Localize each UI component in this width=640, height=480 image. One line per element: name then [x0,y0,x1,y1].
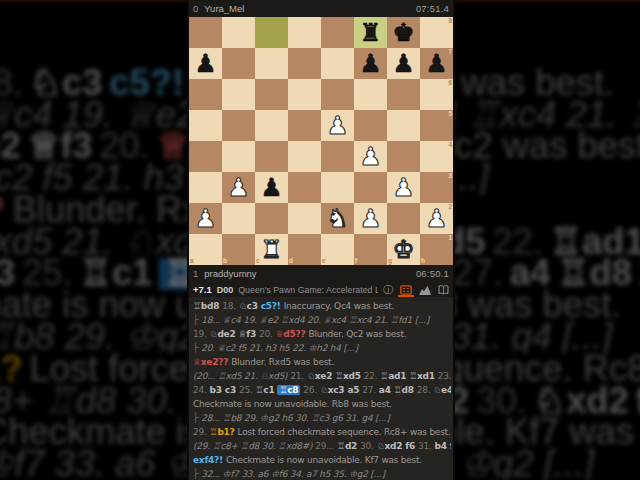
move-number: 28. [417,385,431,395]
square-g7[interactable]: ♟ [387,48,420,79]
move-number: 18. [222,301,236,311]
variation-tree-icon: ├ [193,343,198,353]
file-label-f: f [355,258,357,265]
variation[interactable]: (20... ♖xd5 21. ♘xd5) [193,371,287,381]
white-pawn[interactable]: ♟ [321,110,354,141]
move-number: 27. [362,385,376,395]
move-blunder[interactable]: ♕d5?? [276,329,306,339]
move[interactable]: ♘de2 [210,329,236,339]
white-pawn[interactable]: ♟ [189,203,222,234]
white-pawn[interactable]: ♟ [354,203,387,234]
info-icon[interactable]: ⓘ [383,282,393,297]
square-e5[interactable]: ♟ [321,110,354,141]
square-c3[interactable]: ♟ [255,172,288,203]
square-d2[interactable] [288,203,321,234]
move[interactable]: a5 [347,385,359,395]
move[interactable]: ♘xd2 [377,441,403,451]
square-c1[interactable]: c♜ [255,234,288,265]
square-g8[interactable]: ♚ [387,17,420,48]
move-line: 19.♘de2♕f320.♕d5??Blunder. Qc2 was best. [193,327,451,341]
square-c6[interactable] [255,79,288,110]
move[interactable]: ♘xe2 [307,371,332,381]
move-number: 20. [259,329,273,339]
comment: Checkmate is now unavoidable. Kf7 was be… [226,455,422,465]
square-a3[interactable] [189,172,222,203]
move-line: 29.♖b1?Lost forced checkmate sequence. R… [193,425,451,439]
square-b3[interactable]: ♟ [222,172,255,203]
file-label-a: a [190,258,194,265]
comment: Blunder. Rxd5 was best. [231,357,334,367]
square-h3[interactable]: 3 [420,172,453,203]
rank-label-5: 5 [448,111,452,118]
comment: Blunder. Qc2 was best. [309,329,407,339]
square-g4[interactable] [387,141,420,172]
black-pawn[interactable]: ♟ [354,48,387,79]
square-a2[interactable]: ♟ [189,203,222,234]
move[interactable]: b4 [435,441,447,451]
square-d4[interactable] [288,141,321,172]
move-line: ├28... ♖b8 29. ♔g2 h6 30. ♖c3 g6 31. g4 … [193,411,451,425]
square-f6[interactable] [354,79,387,110]
variation-tree-icon: ├ [193,413,198,423]
move-line: (29. ♖c8+ ♖d8 30. ♖xd8#)29...♖d230.♘xd2f… [193,439,451,453]
move-number: 21. [290,371,304,381]
square-g6[interactable] [387,79,420,110]
square-c4[interactable] [255,141,288,172]
variation[interactable]: 32... ♔f7 33. a6 ♔f6 34. a7 h5 35. ♔g2 [… [201,469,385,479]
chess-app-column: 0 Yura_Mel 07:51.4 ♜♚8♟♟♟7♟6♟5♟4♟♟♟3♟♞♟2… [187,0,455,480]
square-h5[interactable]: 5 [420,110,453,141]
square-b2[interactable] [222,203,255,234]
square-h6[interactable]: 6 [420,79,453,110]
square-h4[interactable]: 4 [420,141,453,172]
black-king[interactable]: ♚ [387,17,420,48]
square-b8[interactable] [222,17,255,48]
move[interactable]: a4 [379,385,391,395]
square-a4[interactable] [189,141,222,172]
square-a5[interactable] [189,110,222,141]
bottom-player-score: 1 [193,268,198,279]
move[interactable]: ♘xc3 [320,385,344,395]
square-g3[interactable]: ♟ [387,172,420,203]
move-number: 31. [418,441,432,451]
rank-label-1: 1 [448,235,452,242]
square-e7[interactable] [321,48,354,79]
square-b4[interactable] [222,141,255,172]
variation[interactable]: 28... ♖b8 29. ♔g2 h6 30. ♖c3 g6 31. g4 [… [201,413,389,423]
comment: Checkmate is now unavoidable. Rb8 was be… [193,399,392,409]
black-rook[interactable]: ♜ [354,17,387,48]
variation[interactable]: 18... ♕c4 19. ♕e2 ♖xd4 20. ♕xc4 ♖xc4 21.… [201,315,429,325]
top-player-bar: 0 Yura_Mel 07:51.4 [189,0,453,17]
move-number: 29. [193,427,207,437]
square-a8[interactable] [189,17,222,48]
move[interactable]: ♘e4 [433,385,451,395]
move-list[interactable]: ♖bd818.♘c3c5?!Inaccuracy. Qc4 was best.├… [189,297,453,480]
white-pawn[interactable]: ♟ [222,172,255,203]
square-d8[interactable] [288,17,321,48]
move-mistake[interactable]: ♖b1? [210,427,235,437]
bottom-player-name[interactable]: praddyumny [204,268,256,279]
square-e1[interactable]: e [321,234,354,265]
square-h2[interactable]: 2♟ [420,203,453,234]
comment: Lost forced checkmate sequence. Rc8+ was… [238,427,451,437]
square-g2[interactable] [387,203,420,234]
file-label-b: b [223,258,227,265]
move-number: 23. [438,371,451,381]
opening-name: Queen's Pawn Game: Accelerated London... [238,285,378,295]
white-pawn[interactable]: ♟ [354,141,387,172]
movelist-icon[interactable] [400,282,412,297]
square-f8[interactable]: ♜ [354,17,387,48]
rank-label-4: 4 [448,142,452,149]
square-e3[interactable] [321,172,354,203]
square-f7[interactable]: ♟ [354,48,387,79]
move-number: 26. [303,385,317,395]
square-f4[interactable]: ♟ [354,141,387,172]
square-c5[interactable] [255,110,288,141]
move-line: 24.b3c325.♖c1♖c826.♘xc3a527.a4♖d828.♘e4♖… [193,383,451,397]
square-h8[interactable]: 8 [420,17,453,48]
square-b1[interactable]: b [222,234,255,265]
move-line: (20... ♖xd5 21. ♘xd5)21.♘xe2♖xd522.♖ad1♖… [193,369,451,383]
square-f3[interactable] [354,172,387,203]
move-line: ♖bd818.♘c3c5?!Inaccuracy. Qc4 was best. [193,299,451,313]
square-e2[interactable]: ♞ [321,203,354,234]
black-pawn[interactable]: ♟ [189,48,222,79]
white-pawn[interactable]: ♟ [420,203,453,234]
move[interactable]: ♘c3 [239,301,258,311]
move-line: ├18... ♕c4 19. ♕e2 ♖xd4 20. ♕xc4 ♖xc4 21… [193,313,451,327]
eval-score: +7.1 [193,284,212,295]
bottom-player-bar: 1 praddyumny 06:50.1 [189,265,453,282]
top-player-name[interactable]: Yura_Mel [204,3,244,14]
move-number: 19. [193,329,207,339]
move[interactable]: ♖d8 [394,385,414,395]
move-inaccuracy[interactable]: exf4?! [193,455,223,465]
file-label-e: e [322,258,326,265]
square-f1[interactable]: f [354,234,387,265]
square-c7[interactable] [255,48,288,79]
top-player-clock: 07:51.4 [416,3,449,14]
move-line: ├20. ♕c2 f5 21. h3 h5 22. ♔h2 h4 [...] [193,341,451,355]
move[interactable]: ♖xd1 [409,371,435,381]
square-d3[interactable] [288,172,321,203]
square-g5[interactable] [387,110,420,141]
square-d7[interactable] [288,48,321,79]
book-icon[interactable] [438,282,449,297]
move[interactable]: b3 [210,385,222,395]
move-inaccuracy[interactable]: c5?! [261,301,281,311]
square-c8[interactable] [255,17,288,48]
analysis-bar: +7.1 D00 Queen's Pawn Game: Accelerated … [189,282,453,297]
move-number: 25. [239,385,253,395]
square-a7[interactable]: ♟ [189,48,222,79]
move-number: 24. [193,385,207,395]
chart-icon[interactable] [419,282,431,297]
square-e6[interactable] [321,79,354,110]
white-pawn[interactable]: ♟ [387,172,420,203]
current-move[interactable]: ♖c8 [277,385,300,395]
variation-tree-icon: ├ [193,315,198,325]
file-label-d: d [289,258,293,265]
square-b6[interactable] [222,79,255,110]
move[interactable]: fxe5 [450,441,451,451]
square-e8[interactable] [321,17,354,48]
black-pawn[interactable]: ♟ [420,48,453,79]
move-number: 22. [364,371,378,381]
variation-tree-icon: ├ [193,469,198,479]
square-h7[interactable]: 7♟ [420,48,453,79]
square-d5[interactable] [288,110,321,141]
move[interactable]: ♖xd5 [335,371,361,381]
move[interactable]: ♖c1 [255,385,274,395]
square-d1[interactable]: d [288,234,321,265]
black-pawn[interactable]: ♟ [255,172,288,203]
black-pawn[interactable]: ♟ [387,48,420,79]
move[interactable]: c3 [225,385,236,395]
rank-label-3: 3 [448,173,452,180]
comment: Inaccuracy. Qc4 was best. [284,301,395,311]
move-number: 30. [360,441,374,451]
move[interactable]: ♖d2 [337,441,357,451]
square-f2[interactable]: ♟ [354,203,387,234]
move-line: exf4?!Checkmate is now unavoidable. Kf7 … [193,453,451,467]
square-f5[interactable] [354,110,387,141]
file-label-h: h [421,258,425,265]
move[interactable]: ♖ad1 [380,371,406,381]
top-player-score: 0 [193,3,198,14]
variation[interactable]: (29. ♖c8+ ♖d8 30. ♖xd8#) [193,441,312,451]
square-a1[interactable]: a [189,234,222,265]
square-a6[interactable] [189,79,222,110]
square-h1[interactable]: h1 [420,234,453,265]
white-rook[interactable]: ♜ [255,234,288,265]
move[interactable]: ♕f3 [238,329,256,339]
rank-label-6: 6 [448,80,452,87]
move[interactable]: f6 [405,441,415,451]
square-d6[interactable] [288,79,321,110]
square-b5[interactable] [222,110,255,141]
square-e4[interactable] [321,141,354,172]
move-number: 29... [315,441,334,451]
chess-board[interactable]: ♜♚8♟♟♟7♟6♟5♟4♟♟♟3♟♞♟2♟abc♜defg♚h1 [189,17,453,265]
square-c2[interactable] [255,203,288,234]
rank-label-8: 8 [448,18,452,25]
square-g1[interactable]: g♚ [387,234,420,265]
square-b7[interactable] [222,48,255,79]
move-line: ├32... ♔f7 33. a6 ♔f6 34. a7 h5 35. ♔g2 … [193,467,451,480]
bottom-player-clock: 06:50.1 [416,268,449,279]
white-knight[interactable]: ♞ [321,203,354,234]
analysis-tabs: ⓘ [383,282,449,297]
move-blunder[interactable]: ♕xe2?? [193,357,228,367]
move-line: ♕xe2??Blunder. Rxd5 was best. [193,355,451,369]
white-king[interactable]: ♚ [387,234,420,265]
move[interactable]: ♖bd8 [193,301,219,311]
variation[interactable]: 20. ♕c2 f5 21. h3 h5 22. ♔h2 h4 [...] [201,343,357,353]
move-line: Checkmate is now unavoidable. Rb8 was be… [193,397,451,411]
opening-code: D00 [217,285,234,295]
